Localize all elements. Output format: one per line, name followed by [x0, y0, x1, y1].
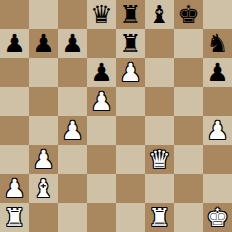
- square-b4[interactable]: [29, 116, 58, 145]
- black-queen-piece: ♛: [90, 0, 112, 29]
- white-pawn-piece: ♟: [61, 116, 83, 145]
- white-pawn-piece: ♟: [119, 58, 141, 87]
- square-e8[interactable]: ♜: [116, 0, 145, 29]
- square-c5[interactable]: [58, 87, 87, 116]
- black-pawn-piece: ♟: [3, 29, 25, 58]
- square-g4[interactable]: [174, 116, 203, 145]
- square-f2[interactable]: [145, 174, 174, 203]
- square-a6[interactable]: [0, 58, 29, 87]
- black-pawn-piece: ♟: [90, 58, 112, 87]
- black-king-piece: ♚: [177, 0, 199, 29]
- square-e5[interactable]: [116, 87, 145, 116]
- square-h6[interactable]: ♟: [203, 58, 232, 87]
- square-a3[interactable]: [0, 145, 29, 174]
- square-b1[interactable]: [29, 203, 58, 232]
- square-e2[interactable]: [116, 174, 145, 203]
- white-pawn-piece: ♟: [206, 116, 228, 145]
- black-rook-piece: ♜: [119, 29, 141, 58]
- square-a2[interactable]: ♟: [0, 174, 29, 203]
- chess-board: ♛♜♝♚♟♟♟♜♞♟♟♟♟♟♟♟♛♟♝♜♜♚: [0, 0, 232, 232]
- square-c6[interactable]: [58, 58, 87, 87]
- square-e6[interactable]: ♟: [116, 58, 145, 87]
- square-f4[interactable]: [145, 116, 174, 145]
- square-b6[interactable]: [29, 58, 58, 87]
- square-a8[interactable]: [0, 0, 29, 29]
- square-f7[interactable]: [145, 29, 174, 58]
- white-bishop-piece: ♝: [32, 174, 54, 203]
- white-rook-piece: ♜: [148, 203, 170, 232]
- square-f3[interactable]: ♛: [145, 145, 174, 174]
- square-b8[interactable]: [29, 0, 58, 29]
- white-pawn-piece: ♟: [90, 87, 112, 116]
- square-h8[interactable]: [203, 0, 232, 29]
- square-g5[interactable]: [174, 87, 203, 116]
- square-f6[interactable]: [145, 58, 174, 87]
- square-f5[interactable]: [145, 87, 174, 116]
- square-d6[interactable]: ♟: [87, 58, 116, 87]
- square-f1[interactable]: ♜: [145, 203, 174, 232]
- square-b5[interactable]: [29, 87, 58, 116]
- square-c8[interactable]: [58, 0, 87, 29]
- square-c3[interactable]: [58, 145, 87, 174]
- square-h3[interactable]: [203, 145, 232, 174]
- square-d8[interactable]: ♛: [87, 0, 116, 29]
- square-c7[interactable]: ♟: [58, 29, 87, 58]
- white-pawn-piece: ♟: [32, 145, 54, 174]
- square-b7[interactable]: ♟: [29, 29, 58, 58]
- white-queen-piece: ♛: [148, 145, 170, 174]
- white-rook-piece: ♜: [3, 203, 25, 232]
- square-d3[interactable]: [87, 145, 116, 174]
- square-g2[interactable]: [174, 174, 203, 203]
- square-g1[interactable]: [174, 203, 203, 232]
- square-g6[interactable]: [174, 58, 203, 87]
- square-e3[interactable]: [116, 145, 145, 174]
- square-b3[interactable]: ♟: [29, 145, 58, 174]
- square-d7[interactable]: [87, 29, 116, 58]
- white-king-piece: ♚: [206, 203, 228, 232]
- black-pawn-piece: ♟: [206, 58, 228, 87]
- square-c2[interactable]: [58, 174, 87, 203]
- square-d2[interactable]: [87, 174, 116, 203]
- square-h5[interactable]: [203, 87, 232, 116]
- black-rook-piece: ♜: [119, 0, 141, 29]
- square-a5[interactable]: [0, 87, 29, 116]
- square-d4[interactable]: [87, 116, 116, 145]
- square-g8[interactable]: ♚: [174, 0, 203, 29]
- black-pawn-piece: ♟: [32, 29, 54, 58]
- square-d1[interactable]: [87, 203, 116, 232]
- square-h1[interactable]: ♚: [203, 203, 232, 232]
- square-a4[interactable]: [0, 116, 29, 145]
- black-bishop-piece: ♝: [148, 0, 170, 29]
- square-d5[interactable]: ♟: [87, 87, 116, 116]
- square-h7[interactable]: ♞: [203, 29, 232, 58]
- square-e4[interactable]: [116, 116, 145, 145]
- square-g3[interactable]: [174, 145, 203, 174]
- square-c1[interactable]: [58, 203, 87, 232]
- square-e7[interactable]: ♜: [116, 29, 145, 58]
- square-h2[interactable]: [203, 174, 232, 203]
- square-c4[interactable]: ♟: [58, 116, 87, 145]
- square-f8[interactable]: ♝: [145, 0, 174, 29]
- square-g7[interactable]: [174, 29, 203, 58]
- square-b2[interactable]: ♝: [29, 174, 58, 203]
- square-h4[interactable]: ♟: [203, 116, 232, 145]
- black-knight-piece: ♞: [206, 29, 228, 58]
- white-pawn-piece: ♟: [3, 174, 25, 203]
- square-a1[interactable]: ♜: [0, 203, 29, 232]
- square-e1[interactable]: [116, 203, 145, 232]
- square-a7[interactable]: ♟: [0, 29, 29, 58]
- black-pawn-piece: ♟: [61, 29, 83, 58]
